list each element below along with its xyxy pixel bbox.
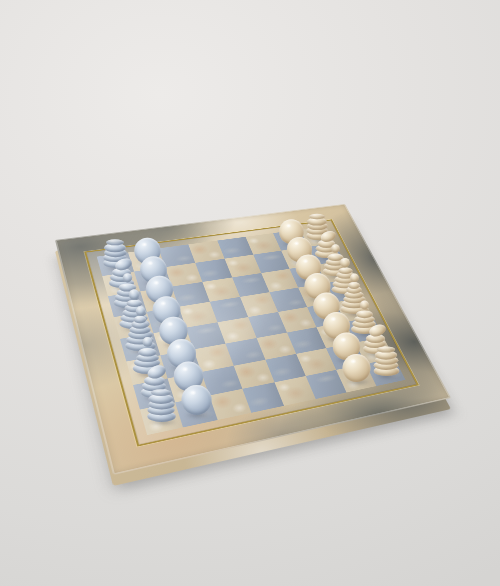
product-photo-stage: [0, 0, 500, 586]
board-grid: [97, 226, 406, 435]
chessboard: [55, 204, 451, 475]
